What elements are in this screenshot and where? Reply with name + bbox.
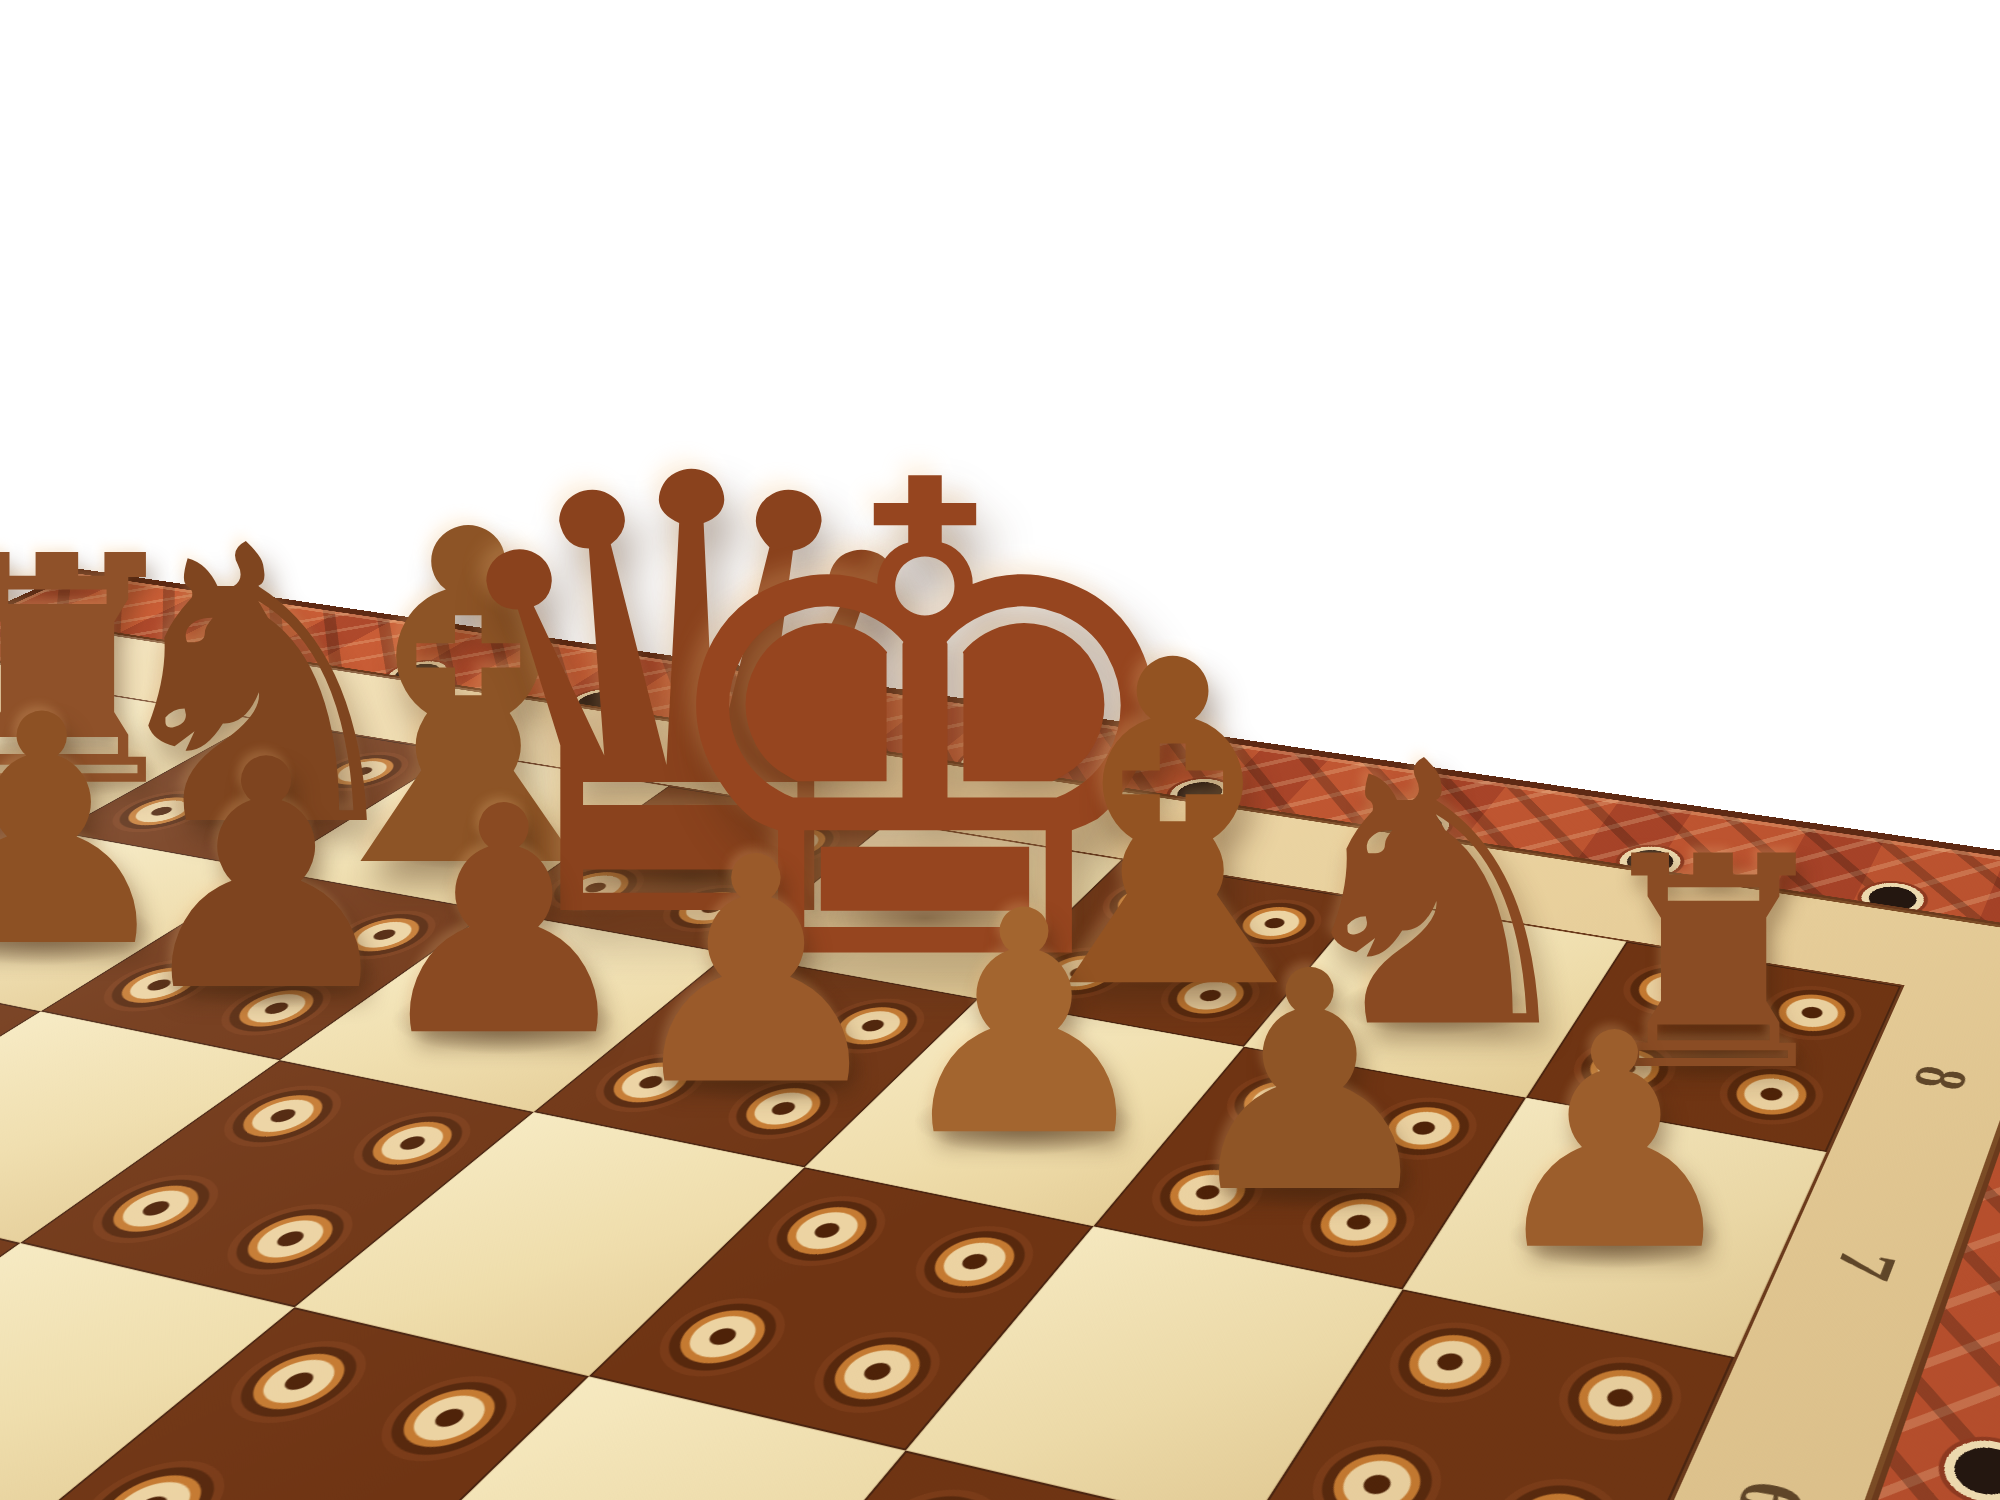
rank-label-text: 8 [1894,1061,1985,1095]
piece-pawn-f7: ♟ [886,873,1162,1181]
rank-label-text: 7 [1814,1244,1916,1287]
piece-pawn-e7: ♟ [617,818,896,1129]
piece-pawn-g7: ♟ [1174,932,1445,1235]
photo-scene: 876 ♜♞♝♛♟♚♟♝♟♞♟♜♟♟♟♟ [0,0,2000,1500]
piece-pawn-h7: ♟ [1482,996,1748,1293]
piece-pawn-d7: ♟ [363,767,644,1081]
rank-label-text: 6 [1713,1472,1828,1500]
